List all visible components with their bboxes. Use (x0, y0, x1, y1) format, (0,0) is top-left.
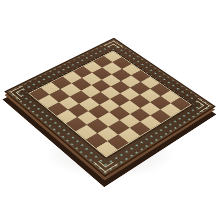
pawn-icon: ♟ (155, 91, 165, 103)
pawn-icon: ♟ (126, 70, 136, 81)
square-e4 (99, 99, 119, 112)
chess-board: ♜♞♝♛♚♝♞♜♟♟♟♟♟♟♟♟♟♟♟♟♟♟♟♟♜♞♝♛♚♝♞♜ (4, 38, 216, 177)
perspective-stage: ♜♞♝♛♚♝♞♜♟♟♟♟♟♟♟♟♟♟♟♟♟♟♟♟♜♞♝♛♚♝♞♜ (0, 0, 216, 216)
rook-icon: ♜ (175, 91, 187, 104)
pawn-icon: ♟ (165, 98, 175, 110)
pawn-icon: ♟ (107, 57, 117, 68)
pawn-icon: ♟ (113, 129, 124, 141)
chess-set-photo: ♜♞♝♛♚♝♞♜♟♟♟♟♟♟♟♟♟♟♟♟♟♟♟♟♜♞♝♛♚♝♞♜ (0, 0, 216, 216)
corner-chevron-inlay (10, 86, 33, 100)
pawn-icon: ♟ (145, 84, 155, 95)
rook-icon: ♜ (100, 135, 113, 149)
pawn-icon: ♟ (116, 64, 126, 75)
pawn-icon: ♟ (135, 77, 145, 88)
